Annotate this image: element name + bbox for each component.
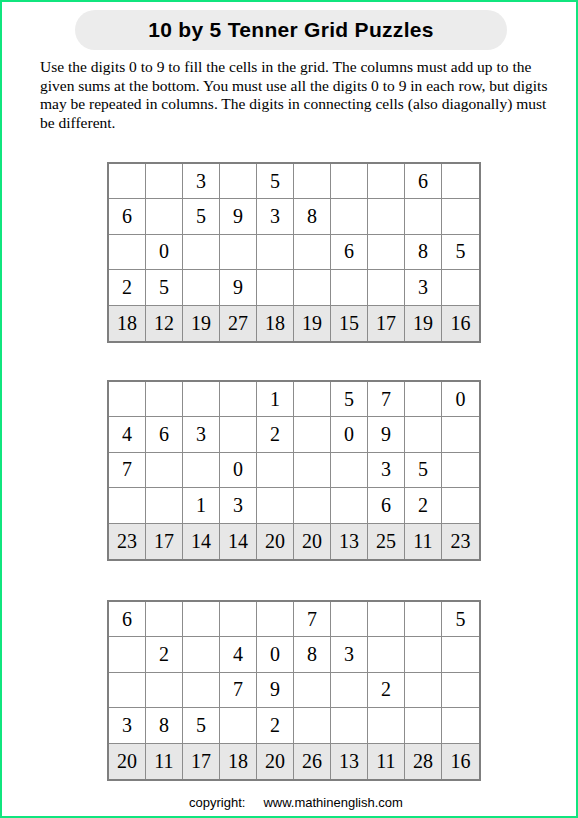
column-sum-cell: 27 xyxy=(220,306,257,341)
grid-cell-given: 0 xyxy=(146,235,183,270)
grid-cell-empty[interactable] xyxy=(368,637,405,672)
grid-cell-empty[interactable] xyxy=(405,382,442,417)
grid-cell-given: 1 xyxy=(183,488,220,523)
grid-cell-given: 0 xyxy=(442,382,479,417)
grid-cell-given: 6 xyxy=(109,602,146,637)
column-sum-cell: 17 xyxy=(146,524,183,559)
grid-cell-empty[interactable] xyxy=(109,164,146,199)
grid-cell-empty[interactable] xyxy=(442,199,479,234)
copyright-label: copyright: xyxy=(189,795,245,810)
grid-cell-empty[interactable] xyxy=(220,382,257,417)
tenner-grid-2: 15704632097035136223171414202013251123 xyxy=(107,380,481,561)
page-title: 10 by 5 Tenner Grid Puzzles xyxy=(148,18,433,42)
title-pill: 10 by 5 Tenner Grid Puzzles xyxy=(75,10,507,50)
grid-cell-given: 5 xyxy=(405,453,442,488)
grid-cell-empty[interactable] xyxy=(183,382,220,417)
grid-cell-given: 5 xyxy=(183,708,220,743)
grid-cell-given: 2 xyxy=(368,673,405,708)
grid-cell-empty[interactable] xyxy=(331,673,368,708)
column-sum-cell: 20 xyxy=(109,744,146,779)
grid-cell-given: 6 xyxy=(146,417,183,452)
footer: copyright:www.mathinenglish.com xyxy=(189,795,403,810)
column-sum-cell: 13 xyxy=(331,744,368,779)
grid-cell-empty[interactable] xyxy=(146,488,183,523)
grid-cell-empty[interactable] xyxy=(183,270,220,305)
grid-cell-empty[interactable] xyxy=(442,488,479,523)
grid-cell-given: 3 xyxy=(109,708,146,743)
grid-cell-given: 3 xyxy=(331,637,368,672)
grid-cell-empty[interactable] xyxy=(331,708,368,743)
grid-cell-empty[interactable] xyxy=(146,164,183,199)
grid-cell-empty[interactable] xyxy=(109,673,146,708)
column-sum-cell: 26 xyxy=(294,744,331,779)
grid-cell-given: 0 xyxy=(257,637,294,672)
grid-cell-given: 6 xyxy=(405,164,442,199)
grid-cell-given: 3 xyxy=(220,488,257,523)
grid-cell-given: 4 xyxy=(109,417,146,452)
grid-cell-empty[interactable] xyxy=(294,453,331,488)
grid-cell-empty[interactable] xyxy=(146,199,183,234)
column-sum-cell: 18 xyxy=(220,744,257,779)
grid-cell-given: 5 xyxy=(442,235,479,270)
grid-cell-empty[interactable] xyxy=(146,602,183,637)
grid-cell-given: 4 xyxy=(220,637,257,672)
grid-cell-given: 5 xyxy=(257,164,294,199)
grid-cell-empty[interactable] xyxy=(405,199,442,234)
grid-cell-empty[interactable] xyxy=(183,637,220,672)
grid-cell-empty[interactable] xyxy=(368,199,405,234)
grid-cell-given: 2 xyxy=(109,270,146,305)
grid-cell-empty[interactable] xyxy=(183,453,220,488)
column-sum-cell: 17 xyxy=(368,306,405,341)
grid-cell-empty[interactable] xyxy=(294,417,331,452)
grid-cell-given: 2 xyxy=(405,488,442,523)
column-sum-cell: 20 xyxy=(257,744,294,779)
tenner-grid-3: 67524083792385220111718202613112816 xyxy=(107,600,481,781)
grid-cell-given: 5 xyxy=(442,602,479,637)
grid-cell-given: 6 xyxy=(331,235,368,270)
grid-cell-empty[interactable] xyxy=(294,382,331,417)
grid-cell-given: 3 xyxy=(368,453,405,488)
grid-cell-empty[interactable] xyxy=(294,270,331,305)
column-sum-cell: 16 xyxy=(442,744,479,779)
grid-cell-empty[interactable] xyxy=(183,602,220,637)
grid-cell-empty[interactable] xyxy=(294,673,331,708)
grid-cell-empty[interactable] xyxy=(220,235,257,270)
grid-cell-empty[interactable] xyxy=(220,164,257,199)
grid-cell-empty[interactable] xyxy=(442,270,479,305)
grid-cell-empty[interactable] xyxy=(331,602,368,637)
grid-cell-given: 8 xyxy=(294,199,331,234)
column-sum-cell: 19 xyxy=(405,306,442,341)
column-sum-cell: 12 xyxy=(146,306,183,341)
grid-cell-empty[interactable] xyxy=(146,673,183,708)
grid-cell-empty[interactable] xyxy=(257,270,294,305)
grid-cell-empty[interactable] xyxy=(405,708,442,743)
grid-cell-given: 7 xyxy=(294,602,331,637)
column-sum-cell: 14 xyxy=(220,524,257,559)
column-sum-cell: 16 xyxy=(442,306,479,341)
grid-cell-empty[interactable] xyxy=(146,453,183,488)
grid-cell-given: 7 xyxy=(109,453,146,488)
column-sum-cell: 20 xyxy=(257,524,294,559)
grid-cell-empty[interactable] xyxy=(368,235,405,270)
grid-cell-empty[interactable] xyxy=(220,417,257,452)
grid-cell-empty[interactable] xyxy=(294,164,331,199)
column-sum-cell: 20 xyxy=(294,524,331,559)
grid-cell-given: 1 xyxy=(257,382,294,417)
grid-cell-empty[interactable] xyxy=(368,270,405,305)
grid-cell-given: 2 xyxy=(257,708,294,743)
column-sum-cell: 23 xyxy=(109,524,146,559)
grid-cell-empty[interactable] xyxy=(331,453,368,488)
grid-cell-empty[interactable] xyxy=(442,164,479,199)
grid-cell-empty[interactable] xyxy=(183,235,220,270)
grid-cell-empty[interactable] xyxy=(294,235,331,270)
grid-cell-empty[interactable] xyxy=(368,708,405,743)
grid-cell-empty[interactable] xyxy=(405,637,442,672)
grid-cell-given: 9 xyxy=(368,417,405,452)
grid-cell-given: 0 xyxy=(331,417,368,452)
column-sum-cell: 18 xyxy=(257,306,294,341)
grid-cell-empty[interactable] xyxy=(220,708,257,743)
grid-cell-given: 8 xyxy=(405,235,442,270)
grid-cell-empty[interactable] xyxy=(368,164,405,199)
grid-cell-given: 5 xyxy=(146,270,183,305)
grid-cell-empty[interactable] xyxy=(405,673,442,708)
grid-cell-empty[interactable] xyxy=(442,637,479,672)
grid-cell-empty[interactable] xyxy=(257,453,294,488)
grid-cell-empty[interactable] xyxy=(257,488,294,523)
tenner-grid-1: 356659380685259318121927181915171916 xyxy=(107,162,481,343)
grid-cell-empty[interactable] xyxy=(146,382,183,417)
grid-cell-given: 8 xyxy=(294,637,331,672)
grid-cell-given: 3 xyxy=(183,164,220,199)
column-sum-cell: 11 xyxy=(368,744,405,779)
column-sum-cell: 19 xyxy=(183,306,220,341)
grid-cell-given: 9 xyxy=(257,673,294,708)
grid-cell-empty[interactable] xyxy=(220,602,257,637)
site-url: www.mathinenglish.com xyxy=(263,795,402,810)
grid-cell-empty[interactable] xyxy=(405,602,442,637)
grid-cell-given: 3 xyxy=(183,417,220,452)
grid-cell-given: 6 xyxy=(368,488,405,523)
column-sum-cell: 17 xyxy=(183,744,220,779)
column-sum-cell: 19 xyxy=(294,306,331,341)
grid-cell-given: 9 xyxy=(220,270,257,305)
grid-cell-empty[interactable] xyxy=(109,382,146,417)
grid-cell-given: 3 xyxy=(405,270,442,305)
grid-cell-empty[interactable] xyxy=(294,708,331,743)
grid-cell-empty[interactable] xyxy=(109,488,146,523)
grid-cell-given: 0 xyxy=(220,453,257,488)
grid-cell-empty[interactable] xyxy=(257,235,294,270)
worksheet-page: 10 by 5 Tenner Grid Puzzles Use the digi… xyxy=(0,0,578,818)
grid-cell-given: 2 xyxy=(146,637,183,672)
grid-cell-empty[interactable] xyxy=(331,270,368,305)
column-sum-cell: 11 xyxy=(405,524,442,559)
column-sum-cell: 15 xyxy=(331,306,368,341)
grid-cell-empty[interactable] xyxy=(442,417,479,452)
grid-cell-empty[interactable] xyxy=(331,488,368,523)
grid-cell-empty[interactable] xyxy=(442,453,479,488)
grid-cell-given: 3 xyxy=(257,199,294,234)
grid-cell-empty[interactable] xyxy=(294,488,331,523)
grid-cell-empty[interactable] xyxy=(442,708,479,743)
column-sum-cell: 14 xyxy=(183,524,220,559)
grid-cell-given: 5 xyxy=(183,199,220,234)
grid-cell-empty[interactable] xyxy=(331,199,368,234)
grid-cell-given: 6 xyxy=(109,199,146,234)
grid-cell-given: 2 xyxy=(257,417,294,452)
column-sum-cell: 28 xyxy=(405,744,442,779)
grid-cell-empty[interactable] xyxy=(442,673,479,708)
grid-cell-given: 5 xyxy=(331,382,368,417)
instructions-text: Use the digits 0 to 9 to fill the cells … xyxy=(40,58,548,132)
grid-cell-given: 7 xyxy=(368,382,405,417)
grid-cell-empty[interactable] xyxy=(109,637,146,672)
column-sum-cell: 11 xyxy=(146,744,183,779)
grid-cell-empty[interactable] xyxy=(109,235,146,270)
grid-cell-given: 9 xyxy=(220,199,257,234)
grid-cell-given: 8 xyxy=(146,708,183,743)
grid-cell-given: 7 xyxy=(220,673,257,708)
column-sum-cell: 18 xyxy=(109,306,146,341)
grid-cell-empty[interactable] xyxy=(405,417,442,452)
column-sum-cell: 13 xyxy=(331,524,368,559)
grid-cell-empty[interactable] xyxy=(331,164,368,199)
grid-cell-empty[interactable] xyxy=(368,602,405,637)
grid-cell-empty[interactable] xyxy=(183,673,220,708)
column-sum-cell: 25 xyxy=(368,524,405,559)
grid-cell-empty[interactable] xyxy=(257,602,294,637)
column-sum-cell: 23 xyxy=(442,524,479,559)
